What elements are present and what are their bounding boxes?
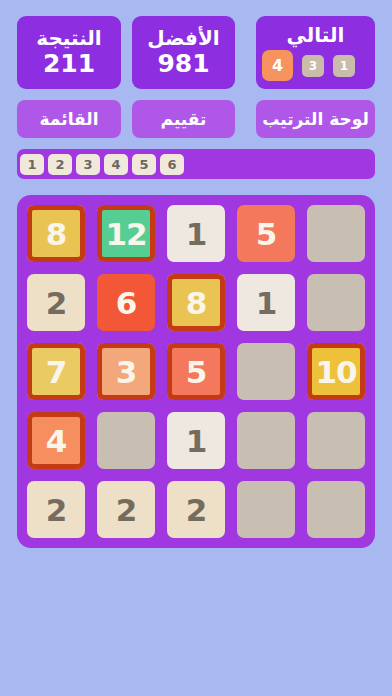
strip-tile-6: 6 [160, 154, 184, 175]
tile-2: 2 [97, 481, 155, 538]
score-value: 211 [43, 50, 95, 79]
stats-bar: التالي 431 الأفضل 981 النتيجة 211 [0, 0, 392, 89]
empty-cell [307, 274, 365, 331]
game-board[interactable]: 8121526817351041222 [17, 195, 375, 548]
tile-7: 7 [27, 343, 85, 400]
empty-cell [237, 481, 295, 538]
strip-tile-2: 2 [48, 154, 72, 175]
strip-tile-1: 1 [20, 154, 44, 175]
tile-1: 1 [167, 412, 225, 469]
tile-2: 2 [27, 274, 85, 331]
strip-tile-5: 5 [132, 154, 156, 175]
strip-tile-4: 4 [104, 154, 128, 175]
leaderboard-button[interactable]: لوحة الترتيب [256, 100, 375, 138]
best-label: الأفضل [147, 26, 219, 50]
empty-cell [307, 481, 365, 538]
tile-6: 6 [97, 274, 155, 331]
next-panel: التالي 431 [256, 16, 375, 89]
tile-4: 4 [27, 412, 85, 469]
tile-2: 2 [27, 481, 85, 538]
tile-2: 2 [167, 481, 225, 538]
next-tile-3: 3 [302, 55, 324, 77]
score-label: النتيجة [36, 26, 101, 50]
tile-5: 5 [167, 343, 225, 400]
tile-8: 8 [167, 274, 225, 331]
rate-button[interactable]: تقييم [132, 100, 235, 138]
next-tiles: 431 [256, 50, 375, 81]
tile-12: 12 [97, 205, 155, 262]
next-tile-1: 1 [333, 55, 355, 77]
score-panel: النتيجة 211 [17, 16, 121, 89]
next-label: التالي [287, 23, 345, 47]
empty-cell [307, 205, 365, 262]
empty-cell [237, 412, 295, 469]
best-panel: الأفضل 981 [132, 16, 235, 89]
tile-10: 10 [307, 343, 365, 400]
tile-5: 5 [237, 205, 295, 262]
empty-cell [97, 412, 155, 469]
empty-cell [307, 412, 365, 469]
strip-tile-3: 3 [76, 154, 100, 175]
tile-8: 8 [27, 205, 85, 262]
tile-1: 1 [237, 274, 295, 331]
next-tile-4: 4 [262, 50, 293, 81]
tile-1: 1 [167, 205, 225, 262]
toolbar: لوحة الترتيب تقييم القائمة [0, 89, 392, 138]
empty-cell [237, 343, 295, 400]
spawn-strip: 123456 [17, 149, 375, 179]
tile-3: 3 [97, 343, 155, 400]
best-value: 981 [157, 50, 209, 79]
menu-button[interactable]: القائمة [17, 100, 121, 138]
